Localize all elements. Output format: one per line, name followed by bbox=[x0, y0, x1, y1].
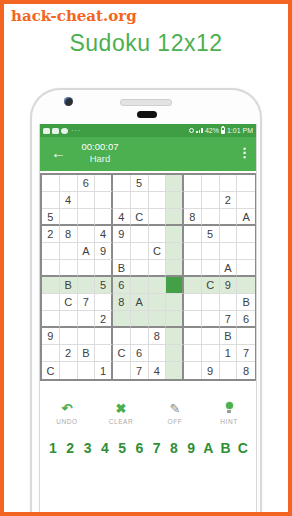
grid-cell-r3c7[interactable] bbox=[149, 209, 167, 226]
camera-icon bbox=[64, 97, 73, 106]
grid-cell-r5c3[interactable]: A bbox=[78, 243, 96, 260]
key-6[interactable]: 6 bbox=[131, 440, 147, 456]
grid-cell-r10c11[interactable]: B bbox=[220, 328, 238, 345]
battery-percent: 42% bbox=[205, 127, 219, 134]
grid-cell-r11c2[interactable]: 2 bbox=[60, 345, 78, 362]
grid-cell-r3c12[interactable]: A bbox=[237, 209, 255, 226]
grid-cell-r7c6[interactable] bbox=[131, 277, 149, 294]
grid-cell-r10c4[interactable] bbox=[95, 328, 113, 345]
grid-cell-r11c7[interactable] bbox=[149, 345, 167, 362]
grid-cell-r6c1[interactable] bbox=[42, 260, 60, 277]
grid-cell-r10c8[interactable] bbox=[166, 328, 184, 345]
grid-cell-r6c6[interactable] bbox=[131, 260, 149, 277]
grid-cell-r3c1[interactable]: 5 bbox=[42, 209, 60, 226]
grid-cell-r1c10[interactable] bbox=[202, 175, 220, 192]
grid-cell-r10c6[interactable] bbox=[131, 328, 149, 345]
notification-icon-3 bbox=[61, 128, 68, 134]
grid-cell-r3c4[interactable] bbox=[95, 209, 113, 226]
grid-cell-r9c2[interactable] bbox=[60, 311, 78, 328]
grid-cell-r11c9[interactable] bbox=[184, 345, 202, 362]
grid-cell-r5c1[interactable] bbox=[42, 243, 60, 260]
toolbar-label: OFF bbox=[148, 418, 202, 425]
key-4[interactable]: 4 bbox=[97, 440, 113, 456]
timer: 00:00:07 bbox=[71, 141, 129, 153]
grid-cell-r10c5[interactable] bbox=[113, 328, 131, 345]
grid-cell-r1c1[interactable] bbox=[42, 175, 60, 192]
grid-cell-r2c7[interactable] bbox=[149, 192, 167, 209]
grid-cell-r4c7[interactable] bbox=[149, 226, 167, 243]
grid-cell-r9c7[interactable] bbox=[149, 311, 167, 328]
grid-cell-r1c5[interactable] bbox=[113, 175, 131, 192]
grid-cell-r2c11[interactable]: 2 bbox=[220, 192, 238, 209]
grid-cell-r9c9[interactable] bbox=[184, 311, 202, 328]
grid-cell-r3c6[interactable]: C bbox=[131, 209, 149, 226]
grid-cell-r11c1[interactable] bbox=[42, 345, 60, 362]
grid-cell-r12c10[interactable]: 9 bbox=[202, 362, 220, 379]
earpiece bbox=[137, 111, 157, 118]
grid-cell-r2c12[interactable] bbox=[237, 192, 255, 209]
grid-cell-r5c9[interactable] bbox=[184, 243, 202, 260]
grid-cell-r4c2[interactable]: 8 bbox=[60, 226, 78, 243]
grid-cell-r12c1[interactable]: C bbox=[42, 362, 60, 379]
grid-cell-r5c8[interactable] bbox=[166, 243, 184, 260]
grid-cell-r4c5[interactable]: 9 bbox=[113, 226, 131, 243]
grid-cell-r6c9[interactable] bbox=[184, 260, 202, 277]
grid-cell-r2c4[interactable] bbox=[95, 192, 113, 209]
grid-cell-r1c11[interactable] bbox=[220, 175, 238, 192]
status-right: 42% 1:01 PM bbox=[189, 127, 253, 134]
grid-cell-r10c10[interactable] bbox=[202, 328, 220, 345]
grid-cell-r8c2[interactable]: C bbox=[60, 294, 78, 311]
grid-cell-r12c5[interactable] bbox=[113, 362, 131, 379]
back-icon[interactable]: ← bbox=[51, 144, 66, 161]
grid-cell-r10c12[interactable] bbox=[237, 328, 255, 345]
grid-cell-r3c10[interactable] bbox=[202, 209, 220, 226]
key-1[interactable]: 1 bbox=[45, 440, 61, 456]
grid-cell-r2c10[interactable] bbox=[202, 192, 220, 209]
more-notifications-icon: ··· bbox=[71, 127, 81, 134]
grid-cell-r1c4[interactable] bbox=[95, 175, 113, 192]
toolbar: ↶UNDO✖CLEAR✎OFFHINT bbox=[40, 401, 256, 425]
grid-cell-r8c4[interactable] bbox=[95, 294, 113, 311]
grid-cell-r4c1[interactable]: 2 bbox=[42, 226, 60, 243]
app-screen: ··· 42% 1:01 PM ← 00:00:07 Hard ⋮ 654 bbox=[39, 124, 257, 516]
grid-cell-r3c9[interactable]: 8 bbox=[184, 209, 202, 226]
key-2[interactable]: 2 bbox=[62, 440, 78, 456]
grid-cell-r8c12[interactable]: B bbox=[237, 294, 255, 311]
grid-cell-r11c11[interactable]: 1 bbox=[220, 345, 238, 362]
grid-cell-r12c3[interactable] bbox=[78, 362, 96, 379]
grid-cell-r11c8[interactable] bbox=[166, 345, 184, 362]
key-C[interactable]: C bbox=[235, 440, 251, 456]
grid-cell-r8c6[interactable]: A bbox=[131, 294, 149, 311]
clear-button[interactable]: ✖CLEAR bbox=[94, 401, 148, 425]
grid-cell-r7c3[interactable] bbox=[78, 277, 96, 294]
pencil-icon: ✎ bbox=[148, 401, 202, 416]
grid-cell-r1c7[interactable] bbox=[149, 175, 167, 192]
grid-cell-r6c5[interactable]: B bbox=[113, 260, 131, 277]
page-title: Sudoku 12x12 bbox=[4, 30, 288, 57]
grid-cell-r3c5[interactable]: 4 bbox=[113, 209, 131, 226]
grid-cell-r11c3[interactable]: B bbox=[78, 345, 96, 362]
grid-cell-r8c7[interactable] bbox=[149, 294, 167, 311]
grid-cell-r9c1[interactable] bbox=[42, 311, 60, 328]
difficulty-label: Hard bbox=[71, 153, 129, 165]
grid-cell-r8c9[interactable] bbox=[184, 294, 202, 311]
grid-cell-r8c5[interactable]: 8 bbox=[113, 294, 131, 311]
grid-cell-r6c7[interactable] bbox=[149, 260, 167, 277]
grid-cell-r12c12[interactable]: 8 bbox=[237, 362, 255, 379]
grid-cell-r7c10[interactable]: C bbox=[202, 277, 220, 294]
grid-cell-r2c8[interactable] bbox=[166, 192, 184, 209]
grid-cell-r12c6[interactable]: 7 bbox=[131, 362, 149, 379]
grid-cell-r8c3[interactable]: 7 bbox=[78, 294, 96, 311]
grid-cell-r7c1[interactable] bbox=[42, 277, 60, 294]
key-9[interactable]: 9 bbox=[183, 440, 199, 456]
grid-cell-r7c12[interactable] bbox=[237, 277, 255, 294]
clear-icon: ✖ bbox=[94, 401, 148, 416]
notification-icon-2 bbox=[52, 128, 59, 134]
grid-cell-r9c6[interactable] bbox=[131, 311, 149, 328]
overflow-menu-icon[interactable]: ⋮ bbox=[238, 145, 251, 160]
grid-cell-r3c11[interactable] bbox=[220, 209, 238, 226]
watermark: hack-cheat.org bbox=[11, 7, 137, 25]
grid-cell-r11c5[interactable]: C bbox=[113, 345, 131, 362]
grid-cell-r2c2[interactable]: 4 bbox=[60, 192, 78, 209]
grid-cell-r11c6[interactable]: 6 bbox=[131, 345, 149, 362]
grid-cell-r1c3[interactable]: 6 bbox=[78, 175, 96, 192]
battery-icon bbox=[221, 127, 225, 134]
grid-cell-r11c10[interactable] bbox=[202, 345, 220, 362]
grid-cell-r7c9[interactable] bbox=[184, 277, 202, 294]
grid-cell-r4c12[interactable] bbox=[237, 226, 255, 243]
phone-mockup: ··· 42% 1:01 PM ← 00:00:07 Hard ⋮ 654 bbox=[30, 88, 262, 516]
grid-cell-r8c8[interactable] bbox=[166, 294, 184, 311]
key-7[interactable]: 7 bbox=[149, 440, 165, 456]
grid-cell-r4c10[interactable]: 5 bbox=[202, 226, 220, 243]
grid-cell-r9c11[interactable]: 7 bbox=[220, 311, 238, 328]
grid-cell-r12c8[interactable] bbox=[166, 362, 184, 379]
grid-cell-r8c1[interactable] bbox=[42, 294, 60, 311]
grid-cell-r10c1[interactable]: 9 bbox=[42, 328, 60, 345]
grid-cell-r7c2[interactable]: B bbox=[60, 277, 78, 294]
signal-icon bbox=[196, 128, 203, 133]
grid-cell-r9c4[interactable]: 2 bbox=[95, 311, 113, 328]
grid-cell-r5c6[interactable] bbox=[131, 243, 149, 260]
key-B[interactable]: B bbox=[218, 440, 234, 456]
hint-button[interactable]: HINT bbox=[202, 401, 256, 425]
grid-cell-r12c2[interactable] bbox=[60, 362, 78, 379]
undo-icon: ↶ bbox=[40, 401, 94, 416]
notification-icon-1 bbox=[43, 128, 50, 134]
grid-cell-r7c7[interactable] bbox=[149, 277, 167, 294]
grid-cell-r5c12[interactable] bbox=[237, 243, 255, 260]
grid-cell-r4c11[interactable] bbox=[220, 226, 238, 243]
grid-cell-r6c8[interactable] bbox=[166, 260, 184, 277]
grid-cell-r6c10[interactable] bbox=[202, 260, 220, 277]
grid-cell-r12c7[interactable]: 4 bbox=[149, 362, 167, 379]
bar-title: 00:00:07 Hard bbox=[71, 141, 129, 165]
grid-cell-r3c2[interactable] bbox=[60, 209, 78, 226]
grid-cell-r10c3[interactable] bbox=[78, 328, 96, 345]
grid-cell-r4c9[interactable] bbox=[184, 226, 202, 243]
grid-cell-r7c4[interactable]: 5 bbox=[95, 277, 113, 294]
grid-cell-r1c6[interactable]: 5 bbox=[131, 175, 149, 192]
grid-cell-r6c2[interactable] bbox=[60, 260, 78, 277]
grid-cell-r4c8[interactable] bbox=[166, 226, 184, 243]
off-button[interactable]: ✎OFF bbox=[148, 401, 202, 425]
grid-cell-r2c9[interactable] bbox=[184, 192, 202, 209]
grid-cell-r2c5[interactable] bbox=[113, 192, 131, 209]
grid-cell-r10c9[interactable] bbox=[184, 328, 202, 345]
grid-cell-r5c10[interactable] bbox=[202, 243, 220, 260]
sudoku-board: 654254C8A28495A9CBAB56C9C78AB27698B2BC61… bbox=[40, 173, 257, 381]
page: hack-cheat.org Sudoku 12x12 ··· 42% 1:01… bbox=[0, 0, 292, 516]
grid-cell-r11c12[interactable]: 7 bbox=[237, 345, 255, 362]
input-keys: 123456789ABC bbox=[40, 440, 256, 456]
grid-cell-r11c4[interactable] bbox=[95, 345, 113, 362]
key-A[interactable]: A bbox=[200, 440, 216, 456]
grid-cell-r10c2[interactable] bbox=[60, 328, 78, 345]
grid-cell-r2c6[interactable] bbox=[131, 192, 149, 209]
hint-icon bbox=[202, 401, 256, 416]
grid-cell-r4c4[interactable]: 4 bbox=[95, 226, 113, 243]
grid-cell-r5c11[interactable] bbox=[220, 243, 238, 260]
key-8[interactable]: 8 bbox=[166, 440, 182, 456]
grid-cell-r4c3[interactable] bbox=[78, 226, 96, 243]
grid-cell-r12c4[interactable]: 1 bbox=[95, 362, 113, 379]
toolbar-label: UNDO bbox=[40, 418, 94, 425]
grid-cell-r3c3[interactable] bbox=[78, 209, 96, 226]
grid-cell-r5c2[interactable] bbox=[60, 243, 78, 260]
grid-cell-r7c5[interactable]: 6 bbox=[113, 277, 131, 294]
grid-cell-r12c11[interactable] bbox=[220, 362, 238, 379]
grid-cell-r6c4[interactable] bbox=[95, 260, 113, 277]
grid-cell-r9c3[interactable] bbox=[78, 311, 96, 328]
grid-cell-r1c9[interactable] bbox=[184, 175, 202, 192]
grid-cell-r2c3[interactable] bbox=[78, 192, 96, 209]
grid-cell-r9c5[interactable] bbox=[113, 311, 131, 328]
grid-cell-r5c5[interactable] bbox=[113, 243, 131, 260]
grid-cell-r6c3[interactable] bbox=[78, 260, 96, 277]
clock-text: 1:01 PM bbox=[227, 127, 253, 134]
grid-cell-r6c12[interactable] bbox=[237, 260, 255, 277]
grid-cell-r5c7[interactable]: C bbox=[149, 243, 167, 260]
grid-cell-r9c12[interactable]: 6 bbox=[237, 311, 255, 328]
alarm-icon bbox=[189, 128, 194, 133]
status-bar: ··· 42% 1:01 PM bbox=[40, 124, 256, 137]
status-left: ··· bbox=[43, 127, 81, 134]
grid-cell-r1c12[interactable] bbox=[237, 175, 255, 192]
grid-cell-r12c9[interactable] bbox=[184, 362, 202, 379]
toolbar-label: CLEAR bbox=[94, 418, 148, 425]
grid-cell-r9c10[interactable] bbox=[202, 311, 220, 328]
grid-cell-r7c11[interactable]: 9 bbox=[220, 277, 238, 294]
grid-cell-r2c1[interactable] bbox=[42, 192, 60, 209]
app-bar: ← 00:00:07 Hard ⋮ bbox=[40, 137, 256, 171]
toolbar-label: HINT bbox=[202, 418, 256, 425]
grid-cell-r10c7[interactable]: 8 bbox=[149, 328, 167, 345]
key-5[interactable]: 5 bbox=[114, 440, 130, 456]
grid-cell-r5c4[interactable]: 9 bbox=[95, 243, 113, 260]
grid-cell-r6c11[interactable]: A bbox=[220, 260, 238, 277]
grid-cell-r8c11[interactable] bbox=[220, 294, 238, 311]
grid-cell-r3c8[interactable] bbox=[166, 209, 184, 226]
grid-cell-r1c2[interactable] bbox=[60, 175, 78, 192]
grid-cell-r8c10[interactable] bbox=[202, 294, 220, 311]
key-3[interactable]: 3 bbox=[80, 440, 96, 456]
undo-button[interactable]: ↶UNDO bbox=[40, 401, 94, 425]
grid-cell-r7c8[interactable] bbox=[166, 277, 184, 294]
grid-cell-r9c8[interactable] bbox=[166, 311, 184, 328]
grid-cell-r4c6[interactable] bbox=[131, 226, 149, 243]
grid-cell-r1c8[interactable] bbox=[166, 175, 184, 192]
speaker-grille bbox=[120, 99, 172, 106]
